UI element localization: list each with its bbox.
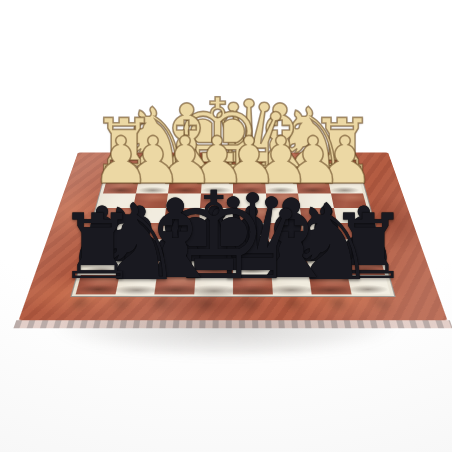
pieces-layer: ♜♞♝♛♚♝♞♜♟♟♟♟♟♟♟♟♟♟♟♟♟♟♟♟♜♞♝♛♚♝♞♜ (0, 0, 452, 452)
piece-black-rook-h8[interactable]: ♜ (58, 204, 138, 294)
scene: ♜♞♝♛♚♝♞♜♟♟♟♟♟♟♟♟♟♟♟♟♟♟♟♟♜♞♝♛♚♝♞♜ rnbqkbn… (0, 0, 452, 452)
